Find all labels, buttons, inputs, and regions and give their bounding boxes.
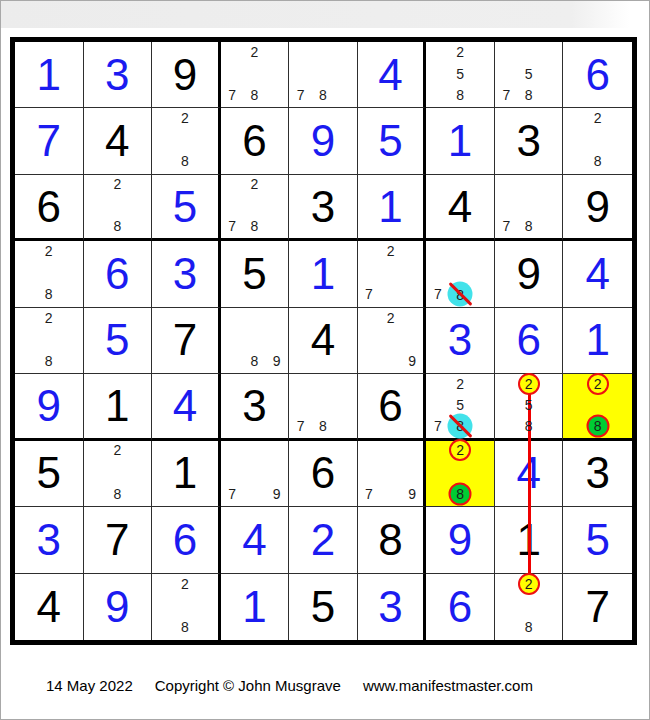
cell-r1c9[interactable]: 6 <box>563 42 632 108</box>
cell-r5c9[interactable]: 1 <box>563 308 632 374</box>
given-digit: 9 <box>495 241 563 306</box>
cell-r1c3[interactable]: 9 <box>152 42 221 108</box>
cell-r3c2[interactable]: 28 <box>84 175 153 241</box>
given-digit: 9 <box>152 42 218 107</box>
cell-r3c5[interactable]: 3 <box>289 175 358 241</box>
cell-r3c4[interactable]: 278 <box>221 175 290 241</box>
cell-r4c2[interactable]: 6 <box>84 241 153 307</box>
footer: 14 May 2022 Copyright © John Musgrave ww… <box>46 677 533 694</box>
cell-r3c3[interactable]: 5 <box>152 175 221 241</box>
cell-r7c1[interactable]: 5 <box>15 441 84 507</box>
given-digit: 6 <box>15 175 83 238</box>
given-digit: 6 <box>289 441 357 506</box>
given-digit: 3 <box>289 175 357 238</box>
cell-r7c9[interactable]: 3 <box>563 441 632 507</box>
pencil-mark-8: 8 <box>113 219 121 233</box>
solved-digit: 6 <box>152 507 218 572</box>
cell-r2c5[interactable]: 9 <box>289 108 358 174</box>
pencil-mark-7: 7 <box>365 487 373 501</box>
cell-r6c2[interactable]: 1 <box>84 374 153 440</box>
pencil-mark-7: 7 <box>365 287 373 301</box>
given-digit: 1 <box>84 374 152 437</box>
cell-r3c8[interactable]: 78 <box>495 175 564 241</box>
cell-r9c5[interactable]: 5 <box>289 574 358 640</box>
pencil-mark-2: 2 <box>113 443 121 457</box>
solved-digit: 1 <box>358 175 424 238</box>
cell-r3c6[interactable]: 1 <box>358 175 427 241</box>
footer-date: 14 May 2022 <box>46 677 133 694</box>
pencil-mark-8: 8 <box>525 88 533 102</box>
pencil-mark-8: 8 <box>319 419 327 433</box>
solved-digit: 5 <box>358 108 424 173</box>
cell-r5c4[interactable]: 89 <box>221 308 290 374</box>
cell-r7c4[interactable]: 79 <box>221 441 290 507</box>
given-digit: 4 <box>15 574 83 640</box>
solved-digit: 3 <box>426 308 494 373</box>
pencil-mark-5: 5 <box>456 67 464 81</box>
cell-r9c6[interactable]: 3 <box>358 574 427 640</box>
cell-r7c5[interactable]: 6 <box>289 441 358 507</box>
cell-r6c3[interactable]: 4 <box>152 374 221 440</box>
pencil-mark-8: 8 <box>594 154 602 168</box>
cell-r7c7[interactable]: 28 <box>426 441 495 507</box>
cell-r4c5[interactable]: 1 <box>289 241 358 307</box>
pencil-mark-7: 7 <box>297 419 305 433</box>
pencil-mark-8: 8 <box>251 219 259 233</box>
cell-r4c7[interactable]: 78 <box>426 241 495 307</box>
pencil-mark-8: 8 <box>45 287 53 301</box>
cell-r9c3[interactable]: 28 <box>152 574 221 640</box>
given-digit: 6 <box>358 374 424 437</box>
pencil-mark-5: 5 <box>456 398 464 412</box>
pencil-mark-9: 9 <box>408 487 416 501</box>
pencil-mark-8-cyan-circle: 8 <box>448 282 473 307</box>
cell-r4c6[interactable]: 27 <box>358 241 427 307</box>
cell-r1c6[interactable]: 4 <box>358 42 427 108</box>
solved-digit: 5 <box>563 507 632 572</box>
cell-r2c2[interactable]: 4 <box>84 108 153 174</box>
pencil-mark-7: 7 <box>434 419 442 433</box>
cell-r1c1[interactable]: 1 <box>15 42 84 108</box>
solved-digit: 9 <box>15 374 83 437</box>
cell-r8c2[interactable]: 7 <box>84 507 153 573</box>
pencil-mark-2: 2 <box>251 177 259 191</box>
pencil-mark-2: 2 <box>456 45 464 59</box>
sudoku-board: 1392787842585786742869513286285278314789… <box>10 37 637 645</box>
chain-link-line <box>528 384 531 587</box>
cell-r9c1[interactable]: 4 <box>15 574 84 640</box>
cell-r8c3[interactable]: 6 <box>152 507 221 573</box>
cell-r9c2[interactable]: 9 <box>84 574 153 640</box>
solved-digit: 5 <box>152 175 218 238</box>
cell-r2c9[interactable]: 28 <box>563 108 632 174</box>
cell-r3c7[interactable]: 4 <box>426 175 495 241</box>
cell-r7c6[interactable]: 79 <box>358 441 427 507</box>
solved-digit: 4 <box>221 507 289 572</box>
pencil-mark-2: 2 <box>113 177 121 191</box>
given-digit: 4 <box>426 175 494 238</box>
pencil-mark-7: 7 <box>502 88 510 102</box>
pencil-mark-7: 7 <box>228 487 236 501</box>
pencil-mark-8: 8 <box>45 354 53 368</box>
cell-r1c5[interactable]: 78 <box>289 42 358 108</box>
cell-r6c1[interactable]: 9 <box>15 374 84 440</box>
cell-r7c2[interactable]: 28 <box>84 441 153 507</box>
given-digit: 3 <box>221 374 289 437</box>
solved-digit: 1 <box>563 308 632 373</box>
cell-r5c3[interactable]: 7 <box>152 308 221 374</box>
pencil-mark-2: 2 <box>251 45 259 59</box>
solved-digit: 4 <box>358 42 424 107</box>
pencil-mark-7: 7 <box>297 88 305 102</box>
pencil-mark-5: 5 <box>525 398 533 412</box>
solved-digit: 1 <box>289 241 357 306</box>
pencil-mark-2-yellow-circle: 2 <box>587 373 609 395</box>
pencil-mark-8-green-circle: 8 <box>449 482 472 505</box>
pencil-mark-2: 2 <box>456 377 464 391</box>
window-top-bar <box>1 1 649 28</box>
page: 1392787842585786742869513286285278314789… <box>0 0 650 720</box>
cell-r8c6[interactable]: 8 <box>358 507 427 573</box>
cell-r8c9[interactable]: 5 <box>563 507 632 573</box>
cell-r9c8[interactable]: 28 <box>495 574 564 640</box>
pencil-mark-7: 7 <box>228 219 236 233</box>
solved-digit: 3 <box>152 241 218 306</box>
cell-r6c5[interactable]: 78 <box>289 374 358 440</box>
cell-r1c7[interactable]: 258 <box>426 42 495 108</box>
cell-r9c7[interactable]: 6 <box>426 574 495 640</box>
solved-digit: 7 <box>15 108 83 173</box>
pencil-mark-8-green-circle: 8 <box>586 414 609 437</box>
pencil-mark-8: 8 <box>181 620 189 634</box>
given-digit: 6 <box>221 108 289 173</box>
cell-r9c9[interactable]: 7 <box>563 574 632 640</box>
cell-r8c4[interactable]: 4 <box>221 507 290 573</box>
pencil-mark-2: 2 <box>45 311 53 325</box>
pencil-mark-7: 7 <box>228 88 236 102</box>
given-digit: 8 <box>358 507 424 572</box>
pencil-mark-8: 8 <box>319 88 327 102</box>
pencil-mark-2: 2 <box>45 244 53 258</box>
cell-r5c5[interactable]: 4 <box>289 308 358 374</box>
given-digit: 5 <box>15 441 83 506</box>
cell-r3c9[interactable]: 9 <box>563 175 632 241</box>
given-digit: 9 <box>563 175 632 238</box>
solved-digit: 4 <box>563 241 632 306</box>
cell-r8c5[interactable]: 2 <box>289 507 358 573</box>
given-digit: 4 <box>84 108 152 173</box>
cell-r8c7[interactable]: 9 <box>426 507 495 573</box>
cell-r5c7[interactable]: 3 <box>426 308 495 374</box>
solved-digit: 6 <box>495 308 563 373</box>
cell-r5c2[interactable]: 5 <box>84 308 153 374</box>
cell-r8c1[interactable]: 3 <box>15 507 84 573</box>
solved-digit: 5 <box>84 308 152 373</box>
pencil-mark-8: 8 <box>456 88 464 102</box>
cell-r6c4[interactable]: 3 <box>221 374 290 440</box>
solved-digit: 1 <box>15 42 83 107</box>
given-digit: 3 <box>495 108 563 173</box>
pencil-mark-7: 7 <box>502 219 510 233</box>
cell-r1c2[interactable]: 3 <box>84 42 153 108</box>
pencil-mark-2: 2 <box>387 311 395 325</box>
cell-r2c7[interactable]: 1 <box>426 108 495 174</box>
cell-r6c6[interactable]: 6 <box>358 374 427 440</box>
pencil-mark-8: 8 <box>525 620 533 634</box>
pencil-mark-9: 9 <box>408 354 416 368</box>
solved-digit: 6 <box>84 241 152 306</box>
pencil-mark-8: 8 <box>525 219 533 233</box>
solved-digit: 9 <box>426 507 494 572</box>
cell-r4c1[interactable]: 28 <box>15 241 84 307</box>
solved-digit: 2 <box>289 507 357 572</box>
solved-digit: 4 <box>152 374 218 437</box>
pencil-mark-8: 8 <box>525 419 533 433</box>
given-digit: 3 <box>563 441 632 506</box>
given-digit: 5 <box>289 574 357 640</box>
pencil-mark-8: 8 <box>251 354 259 368</box>
cell-r5c8[interactable]: 6 <box>495 308 564 374</box>
solved-digit: 3 <box>358 574 424 640</box>
cell-r3c1[interactable]: 6 <box>15 175 84 241</box>
solved-digit: 9 <box>84 574 152 640</box>
cell-r5c1[interactable]: 28 <box>15 308 84 374</box>
footer-copyright: Copyright © John Musgrave <box>155 677 341 694</box>
pencil-mark-8: 8 <box>113 487 121 501</box>
pencil-mark-5: 5 <box>525 67 533 81</box>
pencil-mark-2: 2 <box>181 577 189 591</box>
pencil-mark-9: 9 <box>273 354 281 368</box>
cell-r4c3[interactable]: 3 <box>152 241 221 307</box>
cell-r4c9[interactable]: 4 <box>563 241 632 307</box>
pencil-mark-2: 2 <box>387 244 395 258</box>
pencil-mark-2-yellow-circle: 2 <box>518 573 540 595</box>
given-digit: 7 <box>84 507 152 572</box>
solved-digit: 6 <box>426 574 494 640</box>
given-digit: 7 <box>152 308 218 373</box>
pencil-mark-2-yellow-circle: 2 <box>449 439 471 461</box>
cell-r1c8[interactable]: 578 <box>495 42 564 108</box>
cell-r6c8[interactable]: 258 <box>495 374 564 440</box>
solved-digit: 1 <box>221 574 289 640</box>
solved-digit: 6 <box>563 42 632 107</box>
cell-r2c4[interactable]: 6 <box>221 108 290 174</box>
cell-r4c8[interactable]: 9 <box>495 241 564 307</box>
cell-r9c4[interactable]: 1 <box>221 574 290 640</box>
pencil-mark-8: 8 <box>181 154 189 168</box>
cell-r1c4[interactable]: 278 <box>221 42 290 108</box>
solved-digit: 1 <box>426 108 494 173</box>
solved-digit: 3 <box>84 42 152 107</box>
pencil-mark-2-yellow-circle: 2 <box>518 373 540 395</box>
solved-digit: 9 <box>289 108 357 173</box>
cell-r5c6[interactable]: 29 <box>358 308 427 374</box>
given-digit: 4 <box>289 308 357 373</box>
cell-r2c6[interactable]: 5 <box>358 108 427 174</box>
pencil-mark-8-cyan-circle: 8 <box>448 413 473 438</box>
given-digit: 5 <box>221 241 289 306</box>
pencil-mark-7: 7 <box>434 287 442 301</box>
pencil-mark-2: 2 <box>181 111 189 125</box>
cell-r6c9[interactable]: 28 <box>563 374 632 440</box>
given-digit: 7 <box>563 574 632 640</box>
cell-r4c4[interactable]: 5 <box>221 241 290 307</box>
cell-r2c1[interactable]: 7 <box>15 108 84 174</box>
pencil-mark-8: 8 <box>251 88 259 102</box>
pencil-mark-9: 9 <box>273 487 281 501</box>
cell-r7c3[interactable]: 1 <box>152 441 221 507</box>
solved-digit: 3 <box>15 507 83 572</box>
cell-r6c7[interactable]: 2578 <box>426 374 495 440</box>
footer-website-link[interactable]: www.manifestmaster.com <box>363 677 533 694</box>
cell-r2c3[interactable]: 28 <box>152 108 221 174</box>
given-digit: 1 <box>152 441 218 506</box>
pencil-mark-2: 2 <box>594 111 602 125</box>
cell-r2c8[interactable]: 3 <box>495 108 564 174</box>
